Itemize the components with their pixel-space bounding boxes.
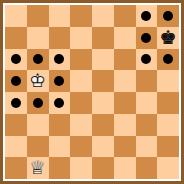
square-b8[interactable]: [27, 5, 49, 27]
move-marker-a5: [11, 76, 21, 86]
square-c4[interactable]: [49, 92, 71, 114]
square-f1[interactable]: [114, 157, 136, 179]
square-g3[interactable]: [136, 114, 158, 136]
square-g7[interactable]: [136, 27, 158, 49]
square-c1[interactable]: [49, 157, 71, 179]
move-marker-h8: [163, 11, 173, 21]
square-h5[interactable]: [157, 70, 179, 92]
square-g1[interactable]: [136, 157, 158, 179]
square-h7[interactable]: ♚♚: [157, 27, 179, 49]
square-d2[interactable]: [70, 136, 92, 158]
square-c3[interactable]: [49, 114, 71, 136]
chess-board-inner-line: ♚♚♚♔♛♕: [3, 3, 181, 181]
move-marker-a4: [11, 98, 21, 108]
square-d7[interactable]: [70, 27, 92, 49]
square-b7[interactable]: [27, 27, 49, 49]
square-c6[interactable]: [49, 49, 71, 71]
move-marker-c5: [54, 76, 64, 86]
chess-board: ♚♚♚♔♛♕: [5, 5, 179, 179]
white-queen-glyph-outline: ♕: [29, 158, 46, 177]
square-g4[interactable]: [136, 92, 158, 114]
chess-board-frame: ♚♚♚♔♛♕: [0, 0, 184, 184]
square-e4[interactable]: [92, 92, 114, 114]
move-marker-c6: [54, 54, 64, 64]
square-b3[interactable]: [27, 114, 49, 136]
piece-white-king: ♚♔: [27, 70, 49, 92]
square-g2[interactable]: [136, 136, 158, 158]
square-c2[interactable]: [49, 136, 71, 158]
square-e2[interactable]: [92, 136, 114, 158]
move-marker-c4: [54, 98, 64, 108]
square-f3[interactable]: [114, 114, 136, 136]
square-b5[interactable]: ♚♔: [27, 70, 49, 92]
square-a4[interactable]: [5, 92, 27, 114]
white-king-glyph-outline: ♔: [29, 71, 46, 90]
square-d4[interactable]: [70, 92, 92, 114]
square-d5[interactable]: [70, 70, 92, 92]
square-f7[interactable]: [114, 27, 136, 49]
square-a2[interactable]: [5, 136, 27, 158]
move-marker-a6: [11, 54, 21, 64]
square-h3[interactable]: [157, 114, 179, 136]
square-d8[interactable]: [70, 5, 92, 27]
square-a7[interactable]: [5, 27, 27, 49]
square-h4[interactable]: [157, 92, 179, 114]
square-d6[interactable]: [70, 49, 92, 71]
square-d1[interactable]: [70, 157, 92, 179]
move-marker-g7: [141, 33, 151, 43]
square-f4[interactable]: [114, 92, 136, 114]
square-g5[interactable]: [136, 70, 158, 92]
black-king-glyph-outline: ♚: [160, 27, 177, 46]
square-a8[interactable]: [5, 5, 27, 27]
move-marker-g8: [141, 11, 151, 21]
square-c5[interactable]: [49, 70, 71, 92]
square-b4[interactable]: [27, 92, 49, 114]
square-e3[interactable]: [92, 114, 114, 136]
square-h8[interactable]: [157, 5, 179, 27]
move-marker-b4: [33, 98, 43, 108]
square-e8[interactable]: [92, 5, 114, 27]
square-e7[interactable]: [92, 27, 114, 49]
square-h1[interactable]: [157, 157, 179, 179]
square-f6[interactable]: [114, 49, 136, 71]
square-a5[interactable]: [5, 70, 27, 92]
square-c7[interactable]: [49, 27, 71, 49]
square-c8[interactable]: [49, 5, 71, 27]
square-g8[interactable]: [136, 5, 158, 27]
square-a1[interactable]: [5, 157, 27, 179]
square-b6[interactable]: [27, 49, 49, 71]
square-f8[interactable]: [114, 5, 136, 27]
square-a3[interactable]: [5, 114, 27, 136]
square-g6[interactable]: [136, 49, 158, 71]
square-h6[interactable]: [157, 49, 179, 71]
square-h2[interactable]: [157, 136, 179, 158]
square-e6[interactable]: [92, 49, 114, 71]
square-e5[interactable]: [92, 70, 114, 92]
move-marker-b6: [33, 54, 43, 64]
piece-black-king: ♚♚: [157, 27, 179, 49]
square-b2[interactable]: [27, 136, 49, 158]
square-f2[interactable]: [114, 136, 136, 158]
square-a6[interactable]: [5, 49, 27, 71]
move-marker-g6: [141, 54, 151, 64]
move-marker-h6: [163, 54, 173, 64]
square-e1[interactable]: [92, 157, 114, 179]
piece-white-queen: ♛♕: [27, 157, 49, 179]
square-d3[interactable]: [70, 114, 92, 136]
square-f5[interactable]: [114, 70, 136, 92]
square-b1[interactable]: ♛♕: [27, 157, 49, 179]
